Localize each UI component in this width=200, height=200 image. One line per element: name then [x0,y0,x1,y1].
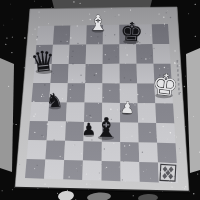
piece-black-queen-a6: ♛ [29,44,57,79]
chessboard-photo-scene: ♝♚♛♚♞♟♟♝ [0,0,200,200]
chessboard-photo: ♝♚♛♚♞♟♟♝ [0,0,200,200]
ornamental-knot-logo [160,164,176,181]
piece-white-king-h5: ♚ [150,67,180,104]
piece-white-pawn-f4: ♟ [120,98,135,118]
background-patch-top [52,0,152,8]
piece-black-king-f8: ♚ [119,16,144,47]
piece-black-bishop-e3: ♝ [94,112,119,143]
background-patch-left [0,58,14,172]
piece-black-knight-b4: ♞ [45,88,64,112]
piece-white-bishop-d8: ♝ [89,10,108,35]
